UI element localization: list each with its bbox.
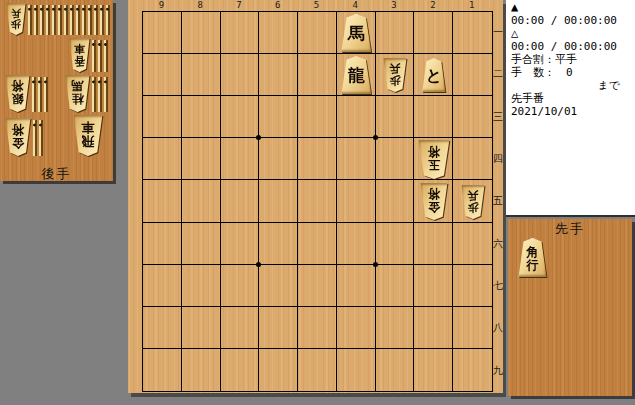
board-cell[interactable] xyxy=(298,223,337,265)
sente-mark: ▲ xyxy=(511,1,632,14)
rank-label: 七 xyxy=(493,265,503,307)
rank-label: 五 xyxy=(493,180,503,222)
board-cell[interactable] xyxy=(143,138,182,180)
gote-king[interactable]: 玉将 xyxy=(418,140,450,179)
shogi-app-window: 歩兵香車銀将桂馬金将飛車 後手 987654321 一二三四五六七八九 馬龍歩兵… xyxy=(0,0,635,405)
rank-label: 四 xyxy=(493,138,503,180)
hoshi-dot xyxy=(373,135,378,140)
board-cell[interactable] xyxy=(376,307,415,349)
board-cell[interactable] xyxy=(143,96,182,138)
stacked-piece-edge xyxy=(32,120,37,156)
board-cell[interactable] xyxy=(298,54,337,96)
gote-pawn[interactable]: 歩兵 xyxy=(383,58,407,92)
stacked-piece-edge xyxy=(87,5,92,35)
board-cell[interactable] xyxy=(182,96,221,138)
sente-promoted-rook[interactable]: 龍 xyxy=(341,56,372,94)
board-cell[interactable] xyxy=(337,138,376,180)
sente-tray-label: 先手 xyxy=(508,221,632,236)
stacked-piece-edge xyxy=(43,77,48,112)
file-label: 7 xyxy=(220,0,259,10)
sente-hand-bishop[interactable]: 角行 xyxy=(518,238,547,277)
board-cell[interactable] xyxy=(221,12,260,54)
board-cell[interactable] xyxy=(259,223,298,265)
board-cell[interactable] xyxy=(221,138,260,180)
file-label: 5 xyxy=(297,0,336,10)
rank-coordinates: 一二三四五六七八九 xyxy=(493,11,503,392)
stacked-piece-edge xyxy=(103,77,108,112)
board-cell[interactable] xyxy=(376,96,415,138)
rank-label: 八 xyxy=(493,307,503,349)
board-cell[interactable] xyxy=(143,349,182,391)
stacked-piece-edge xyxy=(75,5,80,35)
board-cell[interactable] xyxy=(143,54,182,96)
board-cell[interactable] xyxy=(143,223,182,265)
stacked-piece-edge xyxy=(27,5,32,35)
board-cell[interactable] xyxy=(376,265,415,307)
sente-promoted-bishop[interactable]: 馬 xyxy=(341,14,372,52)
board-cell[interactable] xyxy=(414,223,453,265)
gote-hand-row: 銀将桂馬 xyxy=(2,75,111,112)
handicap-label: 手合割：平手 xyxy=(511,53,632,66)
board-cell[interactable] xyxy=(376,12,415,54)
stacked-piece-edge xyxy=(97,40,102,72)
gote-hand-silver[interactable]: 銀将 xyxy=(5,75,48,112)
file-coordinates: 987654321 xyxy=(142,0,491,10)
gote-hand-rook[interactable]: 飛車 xyxy=(73,115,103,156)
file-label: 8 xyxy=(181,0,220,10)
board-cell[interactable] xyxy=(337,307,376,349)
file-label: 2 xyxy=(413,0,452,10)
board-cell[interactable] xyxy=(182,223,221,265)
board-cell[interactable] xyxy=(453,265,492,307)
board-cell[interactable] xyxy=(143,180,182,222)
board-cell[interactable] xyxy=(259,54,298,96)
board-cell[interactable] xyxy=(221,223,260,265)
gote-captured-tray: 歩兵香車銀将桂馬金将飛車 後手 xyxy=(0,0,113,181)
board-cell[interactable] xyxy=(182,180,221,222)
board-cell[interactable] xyxy=(453,307,492,349)
sente-hand-row: 角行 xyxy=(514,238,632,277)
board-cell[interactable] xyxy=(337,223,376,265)
board-cell[interactable] xyxy=(414,265,453,307)
board-cell[interactable] xyxy=(298,265,337,307)
board-cell[interactable] xyxy=(182,54,221,96)
board-cell[interactable] xyxy=(298,12,337,54)
stacked-piece-edge xyxy=(93,5,98,35)
stacked-piece-edge xyxy=(45,5,50,35)
gote-hand-lance[interactable]: 香車 xyxy=(69,38,108,72)
gote-hand-pawn[interactable]: 歩兵 xyxy=(6,3,110,35)
board-cell[interactable] xyxy=(259,180,298,222)
board-cell[interactable] xyxy=(298,349,337,391)
board-cell[interactable] xyxy=(337,180,376,222)
gote-hand-gold[interactable]: 金将 xyxy=(5,118,43,156)
gote-hand-row: 歩兵 xyxy=(2,3,111,35)
file-label: 4 xyxy=(336,0,375,10)
stacked-piece-edge xyxy=(31,77,36,112)
sente-clock: 00:00 / 00:00:00 xyxy=(511,14,632,27)
board-cell[interactable] xyxy=(453,349,492,391)
board-cell[interactable] xyxy=(298,138,337,180)
stacked-piece-edge xyxy=(51,5,56,35)
board-cell[interactable] xyxy=(414,96,453,138)
rank-label: 九 xyxy=(493,350,503,392)
rank-label: 一 xyxy=(493,11,503,53)
move-count-label: 手 数： 0 xyxy=(511,66,632,79)
board-cell[interactable] xyxy=(259,265,298,307)
board-cell[interactable] xyxy=(143,12,182,54)
stacked-piece-edge xyxy=(57,5,62,35)
board-cell[interactable] xyxy=(414,307,453,349)
board-cell[interactable] xyxy=(259,96,298,138)
file-label: 3 xyxy=(375,0,414,10)
sente-tokin[interactable]: と xyxy=(422,58,446,92)
stacked-piece-edge xyxy=(37,77,42,112)
board-cell[interactable] xyxy=(298,307,337,349)
board-cell[interactable] xyxy=(337,349,376,391)
board-cell[interactable] xyxy=(376,180,415,222)
gote-clock: 00:00 / 00:00:00 xyxy=(511,40,632,53)
gote-tray-label: 後手 xyxy=(2,166,111,181)
gote-hand-row: 金将飛車 xyxy=(2,115,111,156)
board-cell[interactable] xyxy=(337,96,376,138)
stacked-piece-edge xyxy=(105,5,110,35)
hoshi-dot xyxy=(373,262,378,267)
board-cell[interactable] xyxy=(182,349,221,391)
board-cell[interactable] xyxy=(414,349,453,391)
rank-label: 二 xyxy=(493,53,503,95)
sente-hand-pieces: 角行 xyxy=(508,238,632,277)
board-cell[interactable] xyxy=(453,12,492,54)
board-cell[interactable] xyxy=(221,54,260,96)
stacked-piece-edge xyxy=(33,5,38,35)
shogi-board: 987654321 一二三四五六七八九 馬龍歩兵と玉将金将歩兵 xyxy=(128,0,503,393)
game-info-panel: ▲ 00:00 / 00:00:00 △ 00:00 / 00:00:00 手合… xyxy=(506,0,635,217)
board-cell[interactable] xyxy=(376,138,415,180)
board-cell[interactable] xyxy=(182,265,221,307)
gote-pawn[interactable]: 歩兵 xyxy=(461,185,485,219)
board-cell[interactable] xyxy=(259,349,298,391)
board-cell[interactable] xyxy=(221,180,260,222)
gote-hand-row: 香車 xyxy=(2,38,111,72)
hoshi-dot xyxy=(256,135,261,140)
turn-indicator: 先手番 xyxy=(511,92,632,105)
board-cell[interactable] xyxy=(182,307,221,349)
board-cell[interactable] xyxy=(453,96,492,138)
stacked-piece-edge xyxy=(97,77,102,112)
board-cell[interactable] xyxy=(298,180,337,222)
board-cell[interactable] xyxy=(453,138,492,180)
hoshi-dot xyxy=(256,262,261,267)
board-cell[interactable] xyxy=(259,138,298,180)
file-label: 1 xyxy=(452,0,491,10)
gote-gold[interactable]: 金将 xyxy=(420,183,448,220)
stacked-piece-edge xyxy=(39,5,44,35)
gote-hand-knight[interactable]: 桂馬 xyxy=(65,75,108,112)
board-cell[interactable] xyxy=(221,349,260,391)
stacked-piece-edge xyxy=(99,5,104,35)
stacked-piece-edge xyxy=(81,5,86,35)
board-cell[interactable] xyxy=(221,307,260,349)
gote-hand-pieces: 歩兵香車銀将桂馬金将飛車 xyxy=(2,3,111,166)
board-cell[interactable] xyxy=(414,12,453,54)
board-grid-area: 馬龍歩兵と玉将金将歩兵 xyxy=(142,11,493,392)
board-cell[interactable] xyxy=(143,307,182,349)
file-label: 6 xyxy=(258,0,297,10)
board-cell[interactable] xyxy=(376,223,415,265)
board-cell[interactable] xyxy=(453,54,492,96)
rank-label: 三 xyxy=(493,96,503,138)
stacked-piece-edge xyxy=(38,120,43,156)
board-cell[interactable] xyxy=(259,307,298,349)
board-cell[interactable] xyxy=(221,265,260,307)
stacked-piece-edge xyxy=(91,40,96,72)
rank-label: 六 xyxy=(493,223,503,265)
gote-mark: △ xyxy=(511,27,632,40)
board-cell[interactable] xyxy=(259,12,298,54)
board-cell[interactable] xyxy=(182,138,221,180)
stacked-piece-edge xyxy=(63,5,68,35)
sente-captured-tray: 先手 角行 xyxy=(508,219,632,396)
board-cell[interactable] xyxy=(298,96,337,138)
board-cell[interactable] xyxy=(337,265,376,307)
file-label: 9 xyxy=(142,0,181,10)
board-cell[interactable] xyxy=(182,12,221,54)
board-cell[interactable] xyxy=(376,349,415,391)
stacked-piece-edge xyxy=(103,40,108,72)
stacked-piece-edge xyxy=(91,77,96,112)
board-cell[interactable] xyxy=(453,223,492,265)
board-cell[interactable] xyxy=(221,96,260,138)
stacked-piece-edge xyxy=(69,5,74,35)
game-date: 2021/10/01 xyxy=(511,105,632,118)
made-label: まで xyxy=(511,79,632,92)
board-cell[interactable] xyxy=(143,265,182,307)
